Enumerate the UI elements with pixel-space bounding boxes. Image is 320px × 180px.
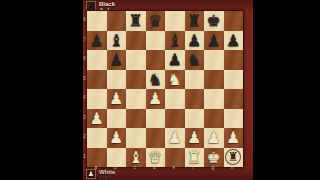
black-bishop[interactable]: ♝ — [168, 31, 182, 51]
square-e4[interactable] — [165, 89, 185, 109]
square-d6[interactable] — [146, 50, 166, 70]
black-pawn[interactable]: ♟ — [207, 31, 221, 51]
white-pawn[interactable]: ♟ — [148, 89, 162, 109]
square-f3[interactable] — [185, 109, 205, 129]
square-h7[interactable]: ♟ — [224, 31, 244, 51]
black-rook[interactable]: ♜ — [187, 11, 201, 31]
square-a2[interactable] — [87, 128, 107, 148]
captured-black-pawn-icon: ♟ — [99, 175, 104, 180]
square-g1[interactable]: ♚ — [204, 148, 224, 168]
square-g7[interactable]: ♟ — [204, 31, 224, 51]
square-h2[interactable]: ♟ — [224, 128, 244, 148]
square-b7[interactable]: ♝ — [107, 31, 127, 51]
square-c7[interactable] — [126, 31, 146, 51]
chess-app: ♟ Black ♞♝ 87654321 ♜♛♜♚♟♝♝♟♟♟♟♟♞♞♞♟♟♟♟♟… — [83, 0, 253, 180]
video-frame: ♟ Black ♞♝ 87654321 ♜♛♜♚♟♝♝♟♟♟♟♟♞♞♞♟♟♟♟♟… — [0, 0, 320, 180]
square-h5[interactable] — [224, 70, 244, 90]
black-pawn[interactable]: ♟ — [168, 50, 182, 70]
black-knight[interactable]: ♞ — [187, 50, 201, 70]
square-g3[interactable] — [204, 109, 224, 129]
square-h1[interactable]: ♜ — [224, 148, 244, 168]
square-a6[interactable] — [87, 50, 107, 70]
captured-black-pawn-icon: ♟ — [105, 175, 110, 180]
square-d5[interactable]: ♞ — [146, 70, 166, 90]
square-c3[interactable] — [126, 109, 146, 129]
black-knight[interactable]: ♞ — [148, 70, 162, 90]
white-bishop[interactable]: ♝ — [129, 148, 143, 168]
square-g6[interactable] — [204, 50, 224, 70]
white-pawn[interactable]: ♟ — [109, 89, 123, 109]
black-queen[interactable]: ♛ — [148, 11, 162, 31]
square-d4[interactable]: ♟ — [146, 89, 166, 109]
square-d8[interactable]: ♛ — [146, 11, 166, 31]
square-d3[interactable] — [146, 109, 166, 129]
square-a4[interactable] — [87, 89, 107, 109]
black-pawn[interactable]: ♟ — [90, 31, 104, 51]
square-e2[interactable]: ♟ — [165, 128, 185, 148]
square-c4[interactable] — [126, 89, 146, 109]
chess-board: ♜♛♜♚♟♝♝♟♟♟♟♟♞♞♞♟♟♟♟♟♟♟♟♝♛♜♚♜ — [86, 10, 244, 168]
square-d7[interactable] — [146, 31, 166, 51]
white-pawn[interactable]: ♟ — [109, 128, 123, 148]
square-c8[interactable]: ♜ — [126, 11, 146, 31]
black-player-bar: ♟ Black ♞♝ — [86, 0, 115, 10]
white-pawn[interactable]: ♟ — [168, 128, 182, 148]
white-pawn-icon: ♟ — [86, 169, 96, 179]
square-d1[interactable]: ♛ — [146, 148, 166, 168]
square-f7[interactable]: ♟ — [185, 31, 205, 51]
square-g8[interactable]: ♚ — [204, 11, 224, 31]
black-rook[interactable]: ♜ — [129, 11, 143, 31]
square-b2[interactable]: ♟ — [107, 128, 127, 148]
square-b3[interactable] — [107, 109, 127, 129]
white-captured-pieces: ♟♟ — [99, 175, 115, 180]
square-d2[interactable] — [146, 128, 166, 148]
square-a7[interactable]: ♟ — [87, 31, 107, 51]
square-b8[interactable] — [107, 11, 127, 31]
square-c1[interactable]: ♝ — [126, 148, 146, 168]
white-king[interactable]: ♚ — [207, 148, 221, 168]
square-c6[interactable] — [126, 50, 146, 70]
square-h3[interactable] — [224, 109, 244, 129]
square-a8[interactable] — [87, 11, 107, 31]
square-h4[interactable] — [224, 89, 244, 109]
black-pawn[interactable]: ♟ — [226, 31, 240, 51]
file-label-h: h — [223, 166, 243, 171]
square-f5[interactable] — [185, 70, 205, 90]
square-e6[interactable]: ♟ — [165, 50, 185, 70]
white-knight[interactable]: ♞ — [168, 70, 182, 90]
black-pawn[interactable]: ♟ — [109, 50, 123, 70]
square-c2[interactable] — [126, 128, 146, 148]
black-bishop[interactable]: ♝ — [109, 31, 123, 51]
white-pawn[interactable]: ♟ — [207, 128, 221, 148]
square-e7[interactable]: ♝ — [165, 31, 185, 51]
file-label-e: e — [164, 166, 184, 171]
square-g4[interactable] — [204, 89, 224, 109]
white-pawn[interactable]: ♟ — [90, 109, 104, 129]
square-e5[interactable]: ♞ — [165, 70, 185, 90]
square-h6[interactable] — [224, 50, 244, 70]
square-b6[interactable]: ♟ — [107, 50, 127, 70]
square-f1[interactable]: ♜ — [185, 148, 205, 168]
square-e8[interactable] — [165, 11, 185, 31]
white-pawn[interactable]: ♟ — [187, 128, 201, 148]
square-f2[interactable]: ♟ — [185, 128, 205, 148]
square-h8[interactable] — [224, 11, 244, 31]
black-king[interactable]: ♚ — [207, 11, 221, 31]
black-pawn[interactable]: ♟ — [187, 31, 201, 51]
white-pawn[interactable]: ♟ — [226, 128, 240, 148]
square-g5[interactable] — [204, 70, 224, 90]
white-queen[interactable]: ♛ — [148, 148, 162, 168]
square-b5[interactable] — [107, 70, 127, 90]
white-rook[interactable]: ♜ — [187, 148, 201, 168]
square-g2[interactable]: ♟ — [204, 128, 224, 148]
square-c5[interactable] — [126, 70, 146, 90]
square-a5[interactable] — [87, 70, 107, 90]
white-player-bar: ♟ White ♟♟ — [86, 168, 115, 180]
square-f4[interactable] — [185, 89, 205, 109]
square-f8[interactable]: ♜ — [185, 11, 205, 31]
square-b4[interactable]: ♟ — [107, 89, 127, 109]
square-a3[interactable]: ♟ — [87, 109, 107, 129]
square-e3[interactable] — [165, 109, 185, 129]
flat-rook-icon[interactable]: ♜ — [225, 149, 241, 165]
square-f6[interactable]: ♞ — [185, 50, 205, 70]
